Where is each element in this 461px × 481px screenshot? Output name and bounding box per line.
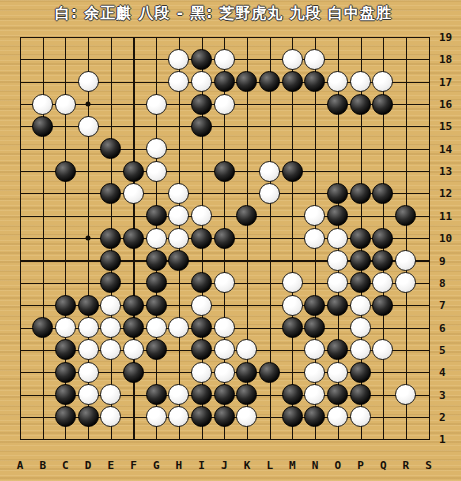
intersection-S18[interactable] [417,48,440,70]
intersection-O9[interactable] [326,249,349,271]
intersection-G6[interactable] [145,316,168,338]
intersection-F17[interactable] [122,70,145,92]
intersection-I9[interactable] [190,249,213,271]
go-board[interactable] [9,26,440,451]
intersection-F19[interactable] [122,26,145,48]
intersection-J15[interactable] [213,115,236,137]
intersection-Q13[interactable] [372,160,395,182]
intersection-G13[interactable] [145,160,168,182]
intersection-A4[interactable] [9,361,32,383]
intersection-C10[interactable] [54,227,77,249]
intersection-R18[interactable] [394,48,417,70]
intersection-F11[interactable] [122,205,145,227]
intersection-Q15[interactable] [372,115,395,137]
intersection-R10[interactable] [394,227,417,249]
intersection-R13[interactable] [394,160,417,182]
intersection-L18[interactable] [258,48,281,70]
intersection-P11[interactable] [349,205,372,227]
intersection-S2[interactable] [417,406,440,428]
intersection-M1[interactable] [281,428,304,450]
intersection-L17[interactable] [258,70,281,92]
intersection-D9[interactable] [77,249,100,271]
intersection-I3[interactable] [190,383,213,405]
intersection-L14[interactable] [258,138,281,160]
intersection-C9[interactable] [54,249,77,271]
intersection-J5[interactable] [213,339,236,361]
intersection-L15[interactable] [258,115,281,137]
intersection-G2[interactable] [145,406,168,428]
intersection-N12[interactable] [304,182,327,204]
intersection-S13[interactable] [417,160,440,182]
intersection-E10[interactable] [99,227,122,249]
intersection-I13[interactable] [190,160,213,182]
intersection-E16[interactable] [99,93,122,115]
intersection-B19[interactable] [31,26,54,48]
intersection-D19[interactable] [77,26,100,48]
intersection-K13[interactable] [236,160,259,182]
intersection-E4[interactable] [99,361,122,383]
intersection-C2[interactable] [54,406,77,428]
intersection-G3[interactable] [145,383,168,405]
intersection-E18[interactable] [99,48,122,70]
intersection-K8[interactable] [236,272,259,294]
intersection-D3[interactable] [77,383,100,405]
intersection-D16[interactable] [77,93,100,115]
intersection-R11[interactable] [394,205,417,227]
intersection-C11[interactable] [54,205,77,227]
intersection-O5[interactable] [326,339,349,361]
intersection-I15[interactable] [190,115,213,137]
intersection-R17[interactable] [394,70,417,92]
intersection-P9[interactable] [349,249,372,271]
intersection-I16[interactable] [190,93,213,115]
intersection-O17[interactable] [326,70,349,92]
intersection-C3[interactable] [54,383,77,405]
intersection-I1[interactable] [190,428,213,450]
intersection-S9[interactable] [417,249,440,271]
intersection-M2[interactable] [281,406,304,428]
intersection-L11[interactable] [258,205,281,227]
intersection-R9[interactable] [394,249,417,271]
intersection-N14[interactable] [304,138,327,160]
intersection-J12[interactable] [213,182,236,204]
intersection-J18[interactable] [213,48,236,70]
intersection-R1[interactable] [394,428,417,450]
intersection-E11[interactable] [99,205,122,227]
intersection-M9[interactable] [281,249,304,271]
intersection-J11[interactable] [213,205,236,227]
intersection-K10[interactable] [236,227,259,249]
intersection-E9[interactable] [99,249,122,271]
intersection-J3[interactable] [213,383,236,405]
intersection-O18[interactable] [326,48,349,70]
intersection-S12[interactable] [417,182,440,204]
intersection-H1[interactable] [167,428,190,450]
intersection-E14[interactable] [99,138,122,160]
intersection-O13[interactable] [326,160,349,182]
intersection-E12[interactable] [99,182,122,204]
intersection-M11[interactable] [281,205,304,227]
intersection-I2[interactable] [190,406,213,428]
intersection-I8[interactable] [190,272,213,294]
intersection-A2[interactable] [9,406,32,428]
intersection-L16[interactable] [258,93,281,115]
intersection-M12[interactable] [281,182,304,204]
intersection-R2[interactable] [394,406,417,428]
intersection-M15[interactable] [281,115,304,137]
intersection-S11[interactable] [417,205,440,227]
intersection-C8[interactable] [54,272,77,294]
intersection-R7[interactable] [394,294,417,316]
intersection-J19[interactable] [213,26,236,48]
intersection-R14[interactable] [394,138,417,160]
intersection-K4[interactable] [236,361,259,383]
intersection-B2[interactable] [31,406,54,428]
intersection-S7[interactable] [417,294,440,316]
intersection-R4[interactable] [394,361,417,383]
intersection-L5[interactable] [258,339,281,361]
intersection-S4[interactable] [417,361,440,383]
intersection-A10[interactable] [9,227,32,249]
intersection-K5[interactable] [236,339,259,361]
intersection-A15[interactable] [9,115,32,137]
intersection-M10[interactable] [281,227,304,249]
intersection-Q2[interactable] [372,406,395,428]
intersection-D8[interactable] [77,272,100,294]
intersection-H17[interactable] [167,70,190,92]
intersection-C1[interactable] [54,428,77,450]
intersection-C13[interactable] [54,160,77,182]
intersection-P3[interactable] [349,383,372,405]
intersection-F10[interactable] [122,227,145,249]
intersection-I4[interactable] [190,361,213,383]
intersection-A18[interactable] [9,48,32,70]
intersection-L4[interactable] [258,361,281,383]
intersection-C4[interactable] [54,361,77,383]
intersection-E15[interactable] [99,115,122,137]
intersection-G10[interactable] [145,227,168,249]
intersection-D1[interactable] [77,428,100,450]
intersection-L3[interactable] [258,383,281,405]
intersection-O14[interactable] [326,138,349,160]
intersection-C15[interactable] [54,115,77,137]
intersection-I18[interactable] [190,48,213,70]
intersection-K15[interactable] [236,115,259,137]
intersection-O15[interactable] [326,115,349,137]
intersection-Q10[interactable] [372,227,395,249]
intersection-Q14[interactable] [372,138,395,160]
intersection-B13[interactable] [31,160,54,182]
intersection-A16[interactable] [9,93,32,115]
intersection-B7[interactable] [31,294,54,316]
intersection-A6[interactable] [9,316,32,338]
intersection-J16[interactable] [213,93,236,115]
intersection-A1[interactable] [9,428,32,450]
intersection-P2[interactable] [349,406,372,428]
intersection-C7[interactable] [54,294,77,316]
intersection-P1[interactable] [349,428,372,450]
intersection-Q19[interactable] [372,26,395,48]
intersection-J9[interactable] [213,249,236,271]
intersection-B4[interactable] [31,361,54,383]
intersection-R5[interactable] [394,339,417,361]
intersection-Q7[interactable] [372,294,395,316]
intersection-Q4[interactable] [372,361,395,383]
intersection-R19[interactable] [394,26,417,48]
intersection-P15[interactable] [349,115,372,137]
intersection-H19[interactable] [167,26,190,48]
intersection-G11[interactable] [145,205,168,227]
intersection-M14[interactable] [281,138,304,160]
intersection-K16[interactable] [236,93,259,115]
intersection-P6[interactable] [349,316,372,338]
intersection-M17[interactable] [281,70,304,92]
intersection-L19[interactable] [258,26,281,48]
intersection-D6[interactable] [77,316,100,338]
intersection-G7[interactable] [145,294,168,316]
intersection-D7[interactable] [77,294,100,316]
intersection-L6[interactable] [258,316,281,338]
intersection-I5[interactable] [190,339,213,361]
intersection-K9[interactable] [236,249,259,271]
intersection-F18[interactable] [122,48,145,70]
intersection-F7[interactable] [122,294,145,316]
intersection-R6[interactable] [394,316,417,338]
intersection-R3[interactable] [394,383,417,405]
intersection-F4[interactable] [122,361,145,383]
intersection-Q9[interactable] [372,249,395,271]
intersection-K11[interactable] [236,205,259,227]
intersection-F5[interactable] [122,339,145,361]
intersection-Q5[interactable] [372,339,395,361]
intersection-I7[interactable] [190,294,213,316]
intersection-S3[interactable] [417,383,440,405]
intersection-S8[interactable] [417,272,440,294]
intersection-D11[interactable] [77,205,100,227]
intersection-F15[interactable] [122,115,145,137]
intersection-A3[interactable] [9,383,32,405]
intersection-O8[interactable] [326,272,349,294]
intersection-F13[interactable] [122,160,145,182]
intersection-L2[interactable] [258,406,281,428]
intersection-N3[interactable] [304,383,327,405]
intersection-I14[interactable] [190,138,213,160]
intersection-M4[interactable] [281,361,304,383]
intersection-L7[interactable] [258,294,281,316]
intersection-P14[interactable] [349,138,372,160]
intersection-C17[interactable] [54,70,77,92]
intersection-B12[interactable] [31,182,54,204]
intersection-N19[interactable] [304,26,327,48]
intersection-N7[interactable] [304,294,327,316]
intersection-E7[interactable] [99,294,122,316]
intersection-M13[interactable] [281,160,304,182]
intersection-N15[interactable] [304,115,327,137]
intersection-P19[interactable] [349,26,372,48]
intersection-I12[interactable] [190,182,213,204]
intersection-H3[interactable] [167,383,190,405]
intersection-D4[interactable] [77,361,100,383]
intersection-C5[interactable] [54,339,77,361]
intersection-C19[interactable] [54,26,77,48]
intersection-P7[interactable] [349,294,372,316]
intersection-S6[interactable] [417,316,440,338]
intersection-N17[interactable] [304,70,327,92]
intersection-K12[interactable] [236,182,259,204]
intersection-I6[interactable] [190,316,213,338]
intersection-H16[interactable] [167,93,190,115]
intersection-C14[interactable] [54,138,77,160]
intersection-M3[interactable] [281,383,304,405]
intersection-P17[interactable] [349,70,372,92]
intersection-B5[interactable] [31,339,54,361]
intersection-L1[interactable] [258,428,281,450]
intersection-E3[interactable] [99,383,122,405]
intersection-N18[interactable] [304,48,327,70]
intersection-H6[interactable] [167,316,190,338]
intersection-Q3[interactable] [372,383,395,405]
intersection-A8[interactable] [9,272,32,294]
intersection-A7[interactable] [9,294,32,316]
intersection-Q18[interactable] [372,48,395,70]
intersection-K19[interactable] [236,26,259,48]
intersection-F8[interactable] [122,272,145,294]
intersection-K6[interactable] [236,316,259,338]
intersection-B11[interactable] [31,205,54,227]
intersection-H11[interactable] [167,205,190,227]
intersection-B6[interactable] [31,316,54,338]
intersection-G12[interactable] [145,182,168,204]
intersection-O16[interactable] [326,93,349,115]
intersection-B10[interactable] [31,227,54,249]
intersection-P4[interactable] [349,361,372,383]
intersection-H14[interactable] [167,138,190,160]
intersection-J4[interactable] [213,361,236,383]
intersection-J6[interactable] [213,316,236,338]
intersection-J10[interactable] [213,227,236,249]
intersection-Q12[interactable] [372,182,395,204]
intersection-E1[interactable] [99,428,122,450]
intersection-F12[interactable] [122,182,145,204]
intersection-S1[interactable] [417,428,440,450]
intersection-H5[interactable] [167,339,190,361]
intersection-D12[interactable] [77,182,100,204]
intersection-C12[interactable] [54,182,77,204]
intersection-Q11[interactable] [372,205,395,227]
intersection-B18[interactable] [31,48,54,70]
intersection-G15[interactable] [145,115,168,137]
intersection-I11[interactable] [190,205,213,227]
intersection-A11[interactable] [9,205,32,227]
intersection-P5[interactable] [349,339,372,361]
intersection-B3[interactable] [31,383,54,405]
intersection-E13[interactable] [99,160,122,182]
intersection-N9[interactable] [304,249,327,271]
intersection-P13[interactable] [349,160,372,182]
intersection-H15[interactable] [167,115,190,137]
intersection-A19[interactable] [9,26,32,48]
intersection-N8[interactable] [304,272,327,294]
intersection-G14[interactable] [145,138,168,160]
intersection-P16[interactable] [349,93,372,115]
intersection-O6[interactable] [326,316,349,338]
intersection-L12[interactable] [258,182,281,204]
intersection-D13[interactable] [77,160,100,182]
intersection-J13[interactable] [213,160,236,182]
intersection-G16[interactable] [145,93,168,115]
intersection-F3[interactable] [122,383,145,405]
intersection-R12[interactable] [394,182,417,204]
intersection-O11[interactable] [326,205,349,227]
intersection-H8[interactable] [167,272,190,294]
intersection-J14[interactable] [213,138,236,160]
intersection-Q17[interactable] [372,70,395,92]
intersection-H18[interactable] [167,48,190,70]
intersection-L13[interactable] [258,160,281,182]
intersection-G9[interactable] [145,249,168,271]
intersection-S15[interactable] [417,115,440,137]
intersection-H12[interactable] [167,182,190,204]
intersection-I10[interactable] [190,227,213,249]
intersection-L10[interactable] [258,227,281,249]
intersection-K7[interactable] [236,294,259,316]
intersection-H10[interactable] [167,227,190,249]
intersection-G1[interactable] [145,428,168,450]
intersection-M19[interactable] [281,26,304,48]
intersection-E8[interactable] [99,272,122,294]
intersection-J2[interactable] [213,406,236,428]
intersection-P8[interactable] [349,272,372,294]
intersection-S10[interactable] [417,227,440,249]
intersection-S17[interactable] [417,70,440,92]
intersection-H4[interactable] [167,361,190,383]
intersection-E17[interactable] [99,70,122,92]
intersection-N6[interactable] [304,316,327,338]
intersection-M6[interactable] [281,316,304,338]
intersection-R16[interactable] [394,93,417,115]
intersection-J17[interactable] [213,70,236,92]
intersection-L9[interactable] [258,249,281,271]
intersection-F2[interactable] [122,406,145,428]
intersection-K17[interactable] [236,70,259,92]
intersection-S16[interactable] [417,93,440,115]
intersection-M8[interactable] [281,272,304,294]
intersection-R8[interactable] [394,272,417,294]
intersection-R15[interactable] [394,115,417,137]
intersection-M16[interactable] [281,93,304,115]
intersection-D15[interactable] [77,115,100,137]
intersection-K14[interactable] [236,138,259,160]
intersection-Q8[interactable] [372,272,395,294]
intersection-A13[interactable] [9,160,32,182]
intersection-N2[interactable] [304,406,327,428]
intersection-G5[interactable] [145,339,168,361]
intersection-P10[interactable] [349,227,372,249]
intersection-S14[interactable] [417,138,440,160]
intersection-F9[interactable] [122,249,145,271]
intersection-D10[interactable] [77,227,100,249]
intersection-E2[interactable] [99,406,122,428]
intersection-D14[interactable] [77,138,100,160]
intersection-Q16[interactable] [372,93,395,115]
intersection-S5[interactable] [417,339,440,361]
intersection-N11[interactable] [304,205,327,227]
intersection-B16[interactable] [31,93,54,115]
intersection-P18[interactable] [349,48,372,70]
intersection-B8[interactable] [31,272,54,294]
intersection-G18[interactable] [145,48,168,70]
intersection-O19[interactable] [326,26,349,48]
